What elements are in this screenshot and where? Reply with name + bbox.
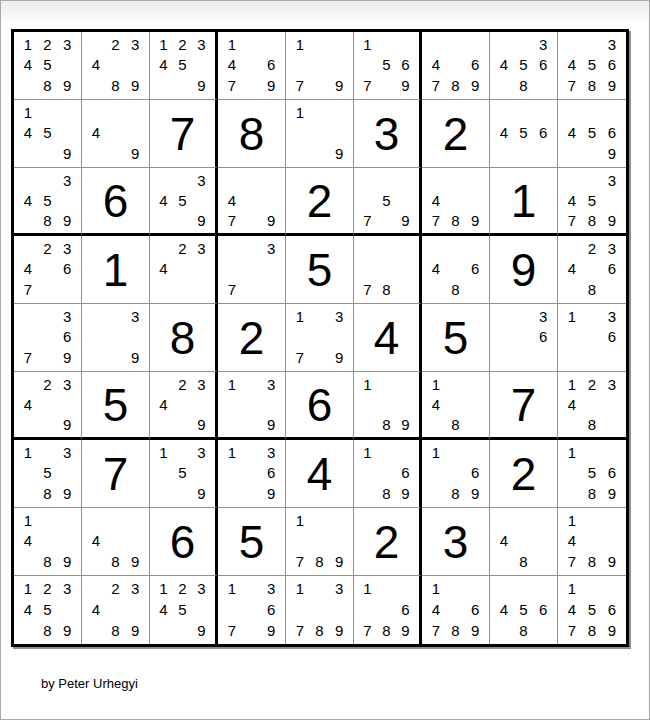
candidate-7 xyxy=(562,483,582,504)
candidate-8 xyxy=(310,347,330,368)
candidate-9: 9 xyxy=(192,210,211,230)
cell-r8c3[interactable]: 6 xyxy=(150,508,218,576)
candidate-5 xyxy=(242,190,262,210)
sudoku-grid: 1234589234891234591467917915679467893456… xyxy=(14,32,626,644)
candidate-5 xyxy=(377,259,396,280)
candidate-2 xyxy=(446,578,466,599)
cell-r1c1[interactable]: 1234589 xyxy=(14,32,82,100)
cell-r3c8[interactable]: 1 xyxy=(490,168,558,236)
candidate-6 xyxy=(261,394,281,414)
candidate-2 xyxy=(242,238,262,259)
cell-r5c1[interactable]: 3679 xyxy=(14,304,82,372)
cell-r9c7[interactable]: 146789 xyxy=(422,576,490,644)
candidate-7 xyxy=(494,620,514,641)
candidate-5: 5 xyxy=(514,123,534,144)
solved-digit: 2 xyxy=(239,315,265,361)
cell-r1c7[interactable]: 46789 xyxy=(422,32,490,100)
cell-r9c5[interactable]: 13789 xyxy=(286,576,354,644)
candidate-1: 1 xyxy=(222,578,242,599)
cell-r9c1[interactable]: 1234589 xyxy=(14,576,82,644)
candidate-5 xyxy=(310,531,330,552)
solved-digit: 6 xyxy=(170,519,196,565)
cell-r2c9[interactable]: 4569 xyxy=(558,100,626,168)
cell-r6c4[interactable]: 139 xyxy=(218,372,286,440)
candidate-2: 2 xyxy=(38,374,58,394)
cell-r4c7[interactable]: 468 xyxy=(422,236,490,304)
candidate-9: 9 xyxy=(396,620,415,641)
cell-r2c3[interactable]: 7 xyxy=(150,100,218,168)
cell-r4c5[interactable]: 5 xyxy=(286,236,354,304)
candidate-4: 4 xyxy=(154,55,173,76)
cell-r2c6[interactable]: 3 xyxy=(354,100,422,168)
cell-r4c4[interactable]: 37 xyxy=(218,236,286,304)
candidate-9: 9 xyxy=(261,75,281,96)
candidate-9 xyxy=(465,414,485,434)
cell-r9c6[interactable]: 16789 xyxy=(354,576,422,644)
candidate-9 xyxy=(533,551,553,572)
candidate-9 xyxy=(602,414,622,434)
cell-r6c5[interactable]: 6 xyxy=(286,372,354,440)
candidate-7 xyxy=(154,414,173,434)
candidate-9 xyxy=(533,143,553,164)
candidate-3 xyxy=(329,102,349,123)
candidate-7 xyxy=(494,551,514,572)
candidate-5 xyxy=(446,463,466,484)
candidate-1: 1 xyxy=(562,374,582,394)
candidate-grid: 139 xyxy=(218,372,285,437)
candidate-5 xyxy=(106,599,126,620)
cell-r8c4[interactable]: 5 xyxy=(218,508,286,576)
candidate-8: 8 xyxy=(582,483,602,504)
solved-digit: 6 xyxy=(103,178,129,224)
cell-r4c3[interactable]: 234 xyxy=(150,236,218,304)
candidate-9: 9 xyxy=(396,414,415,434)
cell-r9c8[interactable]: 4568 xyxy=(490,576,558,644)
candidate-grid: 14679 xyxy=(218,32,285,99)
candidate-grid: 146789 xyxy=(422,576,489,644)
candidate-1: 1 xyxy=(562,306,582,327)
candidate-grid: 1689 xyxy=(354,440,419,507)
candidate-7: 7 xyxy=(358,210,377,230)
candidate-7 xyxy=(562,414,582,434)
candidate-8 xyxy=(242,75,262,96)
candidate-5 xyxy=(446,259,466,280)
candidate-3 xyxy=(465,578,485,599)
candidate-5: 5 xyxy=(582,599,602,620)
candidate-5 xyxy=(310,55,330,76)
candidate-6: 6 xyxy=(396,599,415,620)
cell-r7c8[interactable]: 2 xyxy=(490,440,558,508)
candidate-8: 8 xyxy=(446,620,466,641)
cell-r6c7[interactable]: 148 xyxy=(422,372,490,440)
cell-r7c1[interactable]: 13589 xyxy=(14,440,82,508)
candidate-7 xyxy=(426,483,446,504)
candidate-8 xyxy=(242,210,262,230)
cell-r1c3[interactable]: 123459 xyxy=(150,32,218,100)
candidate-2 xyxy=(377,578,396,599)
cell-r3c9[interactable]: 345789 xyxy=(558,168,626,236)
candidate-2 xyxy=(38,102,58,123)
candidate-8 xyxy=(310,143,330,164)
candidate-3 xyxy=(465,170,485,190)
candidate-9: 9 xyxy=(602,551,622,572)
candidate-5 xyxy=(106,327,126,348)
candidate-6 xyxy=(329,531,349,552)
cell-r3c1[interactable]: 34589 xyxy=(14,168,82,236)
candidate-grid: 189 xyxy=(354,372,419,437)
candidate-grid: 468 xyxy=(422,236,489,303)
candidate-5 xyxy=(377,394,396,414)
candidate-7 xyxy=(154,75,173,96)
cell-r8c8[interactable]: 48 xyxy=(490,508,558,576)
candidate-8 xyxy=(377,210,396,230)
cell-r3c3[interactable]: 3459 xyxy=(150,168,218,236)
candidate-1: 1 xyxy=(18,102,38,123)
cell-r8c5[interactable]: 1789 xyxy=(286,508,354,576)
candidate-4: 4 xyxy=(562,55,582,76)
candidate-1 xyxy=(86,34,106,55)
candidate-3 xyxy=(465,442,485,463)
cell-r2c7[interactable]: 2 xyxy=(422,100,490,168)
candidate-8 xyxy=(38,347,58,368)
candidate-4: 4 xyxy=(426,55,446,76)
candidate-6 xyxy=(329,327,349,348)
candidate-8: 8 xyxy=(38,551,58,572)
candidate-9: 9 xyxy=(192,483,211,504)
candidate-grid: 123459 xyxy=(150,576,215,644)
candidate-9: 9 xyxy=(57,210,77,230)
candidate-3: 3 xyxy=(602,34,622,55)
candidate-4 xyxy=(222,599,242,620)
candidate-3: 3 xyxy=(192,578,211,599)
candidate-3 xyxy=(396,238,415,259)
cell-r9c9[interactable]: 1456789 xyxy=(558,576,626,644)
cell-r9c2[interactable]: 23489 xyxy=(82,576,150,644)
candidate-8: 8 xyxy=(582,620,602,641)
candidate-6: 6 xyxy=(261,55,281,76)
candidate-5: 5 xyxy=(173,463,192,484)
candidate-7 xyxy=(18,414,38,434)
cell-r9c4[interactable]: 13679 xyxy=(218,576,286,644)
candidate-grid: 19 xyxy=(286,100,353,167)
candidate-6: 6 xyxy=(57,327,77,348)
cell-r7c5[interactable]: 4 xyxy=(286,440,354,508)
candidate-3 xyxy=(125,510,145,531)
candidate-1: 1 xyxy=(18,442,38,463)
candidate-2: 2 xyxy=(173,578,192,599)
candidate-9: 9 xyxy=(329,551,349,572)
cell-r4c9[interactable]: 23468 xyxy=(558,236,626,304)
cell-r1c6[interactable]: 15679 xyxy=(354,32,422,100)
candidate-4 xyxy=(290,599,310,620)
candidate-2 xyxy=(377,34,396,55)
cell-r7c3[interactable]: 1359 xyxy=(150,440,218,508)
candidate-grid: 1456789 xyxy=(558,576,626,644)
candidate-7 xyxy=(358,414,377,434)
candidate-2 xyxy=(582,442,602,463)
candidate-2 xyxy=(514,510,534,531)
candidate-1: 1 xyxy=(18,510,38,531)
cell-r7c6[interactable]: 1689 xyxy=(354,440,422,508)
candidate-grid: 1689 xyxy=(422,440,489,507)
cell-r5c9[interactable]: 136 xyxy=(558,304,626,372)
cell-r2c1[interactable]: 1459 xyxy=(14,100,82,168)
cell-r3c7[interactable]: 4789 xyxy=(422,168,490,236)
candidate-3: 3 xyxy=(125,578,145,599)
candidate-5 xyxy=(242,463,262,484)
candidate-3 xyxy=(57,102,77,123)
candidate-2 xyxy=(582,510,602,531)
candidate-9 xyxy=(192,279,211,300)
candidate-grid: 579 xyxy=(354,168,419,233)
candidate-2 xyxy=(377,374,396,394)
candidate-5: 5 xyxy=(38,599,58,620)
candidate-4 xyxy=(562,327,582,348)
cell-r8c1[interactable]: 1489 xyxy=(14,508,82,576)
cell-r2c2[interactable]: 49 xyxy=(82,100,150,168)
cell-r5c4[interactable]: 2 xyxy=(218,304,286,372)
cell-r5c2[interactable]: 39 xyxy=(82,304,150,372)
candidate-8: 8 xyxy=(582,279,602,300)
candidate-1 xyxy=(358,170,377,190)
candidate-8: 8 xyxy=(38,75,58,96)
candidate-1: 1 xyxy=(562,578,582,599)
candidate-3 xyxy=(465,238,485,259)
solved-digit: 9 xyxy=(511,247,537,293)
candidate-4: 4 xyxy=(562,531,582,552)
candidate-grid: 14789 xyxy=(558,508,626,575)
candidate-5: 5 xyxy=(38,463,58,484)
candidate-8 xyxy=(514,143,534,164)
candidate-3: 3 xyxy=(602,238,622,259)
candidate-1 xyxy=(86,102,106,123)
candidate-1 xyxy=(562,34,582,55)
candidate-6: 6 xyxy=(465,259,485,280)
candidate-5 xyxy=(173,394,192,414)
solved-digit: 1 xyxy=(103,247,129,293)
candidate-8: 8 xyxy=(377,414,396,434)
candidate-2: 2 xyxy=(173,238,192,259)
candidate-9: 9 xyxy=(329,143,349,164)
candidate-5 xyxy=(106,123,126,144)
cell-r2c4[interactable]: 8 xyxy=(218,100,286,168)
candidate-8: 8 xyxy=(514,75,534,96)
cell-r6c3[interactable]: 2349 xyxy=(150,372,218,440)
candidate-7 xyxy=(426,414,446,434)
candidate-6: 6 xyxy=(533,55,553,76)
candidate-grid: 13589 xyxy=(14,440,81,507)
candidate-1: 1 xyxy=(222,442,242,463)
candidate-1: 1 xyxy=(358,34,377,55)
candidate-7 xyxy=(18,143,38,164)
candidate-5 xyxy=(377,463,396,484)
candidate-8 xyxy=(242,620,262,641)
candidate-5 xyxy=(582,394,602,414)
cell-r5c3[interactable]: 8 xyxy=(150,304,218,372)
candidate-6 xyxy=(125,123,145,144)
candidate-4 xyxy=(358,190,377,210)
candidate-4 xyxy=(18,463,38,484)
cell-r6c2[interactable]: 5 xyxy=(82,372,150,440)
candidate-4: 4 xyxy=(222,55,242,76)
cell-r5c5[interactable]: 1379 xyxy=(286,304,354,372)
candidate-2 xyxy=(106,102,126,123)
candidate-8 xyxy=(377,75,396,96)
cell-r5c7[interactable]: 5 xyxy=(422,304,490,372)
candidate-grid: 489 xyxy=(82,508,149,575)
cell-r4c8[interactable]: 9 xyxy=(490,236,558,304)
cell-r8c6[interactable]: 2 xyxy=(354,508,422,576)
cell-r6c8[interactable]: 7 xyxy=(490,372,558,440)
candidate-2: 2 xyxy=(173,34,192,55)
candidate-1: 1 xyxy=(222,34,242,55)
candidate-1 xyxy=(494,102,514,123)
candidate-8 xyxy=(173,279,192,300)
candidate-9: 9 xyxy=(261,483,281,504)
cell-r1c4[interactable]: 14679 xyxy=(218,32,286,100)
cell-r3c2[interactable]: 6 xyxy=(82,168,150,236)
cell-r4c1[interactable]: 23467 xyxy=(14,236,82,304)
candidate-3: 3 xyxy=(192,442,211,463)
candidate-grid: 3679 xyxy=(14,304,81,371)
cell-r5c8[interactable]: 36 xyxy=(490,304,558,372)
candidate-grid: 39 xyxy=(82,304,149,371)
cell-r3c4[interactable]: 479 xyxy=(218,168,286,236)
cell-r4c6[interactable]: 78 xyxy=(354,236,422,304)
candidate-5 xyxy=(242,599,262,620)
candidate-grid: 23489 xyxy=(82,576,149,644)
candidate-6: 6 xyxy=(602,463,622,484)
candidate-6: 6 xyxy=(465,599,485,620)
candidate-8: 8 xyxy=(38,483,58,504)
candidate-9 xyxy=(465,279,485,300)
candidate-3: 3 xyxy=(57,442,77,463)
candidate-4: 4 xyxy=(494,55,514,76)
candidate-5 xyxy=(38,394,58,414)
candidate-1 xyxy=(562,238,582,259)
solved-digit: 5 xyxy=(103,382,129,428)
cell-r6c9[interactable]: 12348 xyxy=(558,372,626,440)
candidate-3: 3 xyxy=(602,374,622,394)
candidate-2: 2 xyxy=(106,578,126,599)
candidate-5 xyxy=(582,327,602,348)
candidate-3 xyxy=(396,442,415,463)
candidate-1 xyxy=(86,510,106,531)
candidate-2 xyxy=(582,578,602,599)
cell-r7c7[interactable]: 1689 xyxy=(422,440,490,508)
candidate-4 xyxy=(18,327,38,348)
candidate-5: 5 xyxy=(38,123,58,144)
candidate-1 xyxy=(18,306,38,327)
candidate-2 xyxy=(242,578,262,599)
candidate-9: 9 xyxy=(125,347,145,368)
candidate-7: 7 xyxy=(562,75,582,96)
candidate-3 xyxy=(396,578,415,599)
candidate-7 xyxy=(86,75,106,96)
candidate-1 xyxy=(358,238,377,259)
cell-r8c2[interactable]: 489 xyxy=(82,508,150,576)
candidate-grid: 4569 xyxy=(558,100,626,167)
solved-digit: 4 xyxy=(307,451,333,497)
cell-r7c4[interactable]: 1369 xyxy=(218,440,286,508)
candidate-4: 4 xyxy=(154,599,173,620)
candidate-1: 1 xyxy=(562,510,582,531)
candidate-9 xyxy=(57,279,77,300)
cell-r2c8[interactable]: 456 xyxy=(490,100,558,168)
candidate-7: 7 xyxy=(358,75,377,96)
cell-r8c9[interactable]: 14789 xyxy=(558,508,626,576)
candidate-grid: 13679 xyxy=(218,576,285,644)
candidate-2: 2 xyxy=(582,238,602,259)
cell-r1c8[interactable]: 34568 xyxy=(490,32,558,100)
candidate-2 xyxy=(377,238,396,259)
candidate-1: 1 xyxy=(290,102,310,123)
cell-r1c9[interactable]: 3456789 xyxy=(558,32,626,100)
cell-r7c9[interactable]: 15689 xyxy=(558,440,626,508)
candidate-3: 3 xyxy=(602,306,622,327)
candidate-5 xyxy=(106,55,126,76)
cell-r7c2[interactable]: 7 xyxy=(82,440,150,508)
cell-r6c1[interactable]: 2349 xyxy=(14,372,82,440)
cell-r2c5[interactable]: 19 xyxy=(286,100,354,168)
solved-digit: 2 xyxy=(307,178,333,224)
cell-r8c7[interactable]: 3 xyxy=(422,508,490,576)
candidate-3 xyxy=(465,34,485,55)
candidate-9: 9 xyxy=(396,210,415,230)
cell-r4c2[interactable]: 1 xyxy=(82,236,150,304)
candidate-2 xyxy=(106,306,126,327)
cell-r3c5[interactable]: 2 xyxy=(286,168,354,236)
candidate-5: 5 xyxy=(582,463,602,484)
candidate-7 xyxy=(154,210,173,230)
cell-r1c5[interactable]: 179 xyxy=(286,32,354,100)
candidate-6 xyxy=(125,327,145,348)
candidate-5 xyxy=(446,394,466,414)
candidate-7: 7 xyxy=(222,279,242,300)
candidate-grid: 46789 xyxy=(422,32,489,99)
candidate-8 xyxy=(173,75,192,96)
candidate-7 xyxy=(562,347,582,368)
cell-r5c6[interactable]: 4 xyxy=(354,304,422,372)
solved-digit: 3 xyxy=(374,111,400,157)
candidate-9 xyxy=(533,75,553,96)
cell-r3c6[interactable]: 579 xyxy=(354,168,422,236)
cell-r1c2[interactable]: 23489 xyxy=(82,32,150,100)
candidate-7: 7 xyxy=(562,620,582,641)
candidate-1 xyxy=(222,238,242,259)
candidate-3: 3 xyxy=(329,306,349,327)
candidate-6: 6 xyxy=(261,599,281,620)
candidate-8: 8 xyxy=(106,75,126,96)
candidate-5: 5 xyxy=(514,55,534,76)
candidate-9: 9 xyxy=(465,483,485,504)
candidate-8: 8 xyxy=(310,620,330,641)
cell-r9c3[interactable]: 123459 xyxy=(150,576,218,644)
candidate-4: 4 xyxy=(222,190,242,210)
candidate-4: 4 xyxy=(562,394,582,414)
candidate-7 xyxy=(562,279,582,300)
candidate-3: 3 xyxy=(261,442,281,463)
candidate-6: 6 xyxy=(533,123,553,144)
cell-r6c6[interactable]: 189 xyxy=(354,372,422,440)
candidate-7: 7 xyxy=(562,551,582,572)
candidate-1 xyxy=(426,170,446,190)
candidate-1: 1 xyxy=(426,442,446,463)
candidate-3 xyxy=(396,374,415,394)
candidate-2 xyxy=(514,578,534,599)
candidate-9: 9 xyxy=(602,210,622,230)
candidate-2 xyxy=(38,306,58,327)
